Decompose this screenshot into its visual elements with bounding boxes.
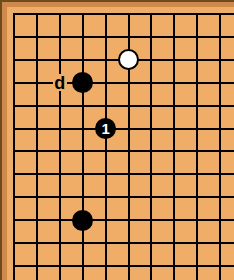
grid-line-vertical-0 (13, 13, 15, 280)
grid-line-horizontal-1 (13, 36, 234, 38)
white-stone-fc (118, 49, 139, 70)
grid-line-vertical-4 (105, 13, 107, 280)
grid-line-vertical-3 (82, 13, 84, 280)
point-label-d: d (53, 74, 67, 91)
grid-line-horizontal-11 (13, 265, 234, 267)
grid-line-horizontal-0 (13, 13, 234, 15)
go-board: d1 (7, 7, 234, 280)
grid-line-vertical-1 (36, 13, 38, 280)
black-stone-dd (72, 72, 93, 93)
grid-line-vertical-8 (196, 13, 198, 280)
grid-line-horizontal-5 (13, 128, 234, 130)
grid-line-horizontal-6 (13, 150, 234, 152)
grid-line-horizontal-9 (13, 219, 234, 221)
grid-line-vertical-7 (173, 13, 175, 280)
grid-line-vertical-9 (219, 13, 221, 280)
grid-line-horizontal-8 (13, 196, 234, 198)
black-stone-move-1-ef: 1 (95, 118, 116, 139)
go-board-diagram: d1 (0, 0, 234, 280)
grid-line-vertical-2 (59, 13, 61, 280)
grid-line-vertical-6 (150, 13, 152, 280)
black-stone-dj (72, 210, 93, 231)
grid-line-horizontal-7 (13, 173, 234, 175)
grid-line-horizontal-10 (13, 242, 234, 244)
grid-line-horizontal-3 (13, 82, 234, 84)
grid-line-horizontal-4 (13, 105, 234, 107)
